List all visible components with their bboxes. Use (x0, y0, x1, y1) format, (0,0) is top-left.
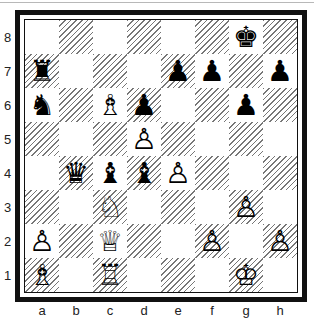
rank-label-7: 7 (0, 54, 15, 88)
square-f8[interactable] (195, 20, 229, 54)
piece-white-rook: ♖ (97, 258, 123, 292)
file-label-g: g (229, 302, 263, 319)
rank-label-2: 2 (0, 224, 15, 258)
rank-label-6: 6 (0, 88, 15, 122)
square-a8[interactable] (25, 20, 59, 54)
piece-black-bishop: ♝ (131, 156, 157, 190)
rank-label-8: 8 (0, 20, 15, 54)
square-d5[interactable]: ♙ (127, 122, 161, 156)
square-h4[interactable] (263, 156, 297, 190)
square-e4[interactable]: ♙ (161, 156, 195, 190)
square-g4[interactable] (229, 156, 263, 190)
rank-labels: 87654321 (0, 20, 15, 292)
square-d6[interactable]: ♟ (127, 88, 161, 122)
square-d7[interactable] (127, 54, 161, 88)
square-h8[interactable] (263, 20, 297, 54)
piece-white-queen: ♕ (97, 224, 123, 258)
square-g3[interactable]: ♙ (229, 190, 263, 224)
square-f1[interactable] (195, 258, 229, 292)
board-frame: ♚♜♟♟♟♞♗♟♟♙♛♝♝♙♘♙♙♕♙♙♗♖♔ (15, 10, 307, 302)
square-h6[interactable] (263, 88, 297, 122)
square-c5[interactable] (93, 122, 127, 156)
piece-white-bishop: ♗ (97, 88, 123, 122)
piece-white-pawn: ♙ (29, 224, 55, 258)
piece-black-bishop: ♝ (97, 156, 123, 190)
piece-black-pawn: ♟ (165, 54, 191, 88)
square-f6[interactable] (195, 88, 229, 122)
square-c4[interactable]: ♝ (93, 156, 127, 190)
file-labels: abcdefgh (25, 302, 297, 319)
file-label-f: f (195, 302, 229, 319)
square-d8[interactable] (127, 20, 161, 54)
image-top-border (0, 2, 314, 3)
square-b8[interactable] (59, 20, 93, 54)
square-e7[interactable]: ♟ (161, 54, 195, 88)
chess-diagram: 87654321 ♚♜♟♟♟♞♗♟♟♙♛♝♝♙♘♙♙♕♙♙♗♖♔ abcdefg… (0, 0, 314, 320)
square-e2[interactable] (161, 224, 195, 258)
square-b7[interactable] (59, 54, 93, 88)
piece-white-king: ♔ (233, 258, 259, 292)
square-e6[interactable] (161, 88, 195, 122)
piece-white-pawn: ♙ (131, 122, 157, 156)
square-b6[interactable] (59, 88, 93, 122)
piece-black-queen: ♛ (63, 156, 89, 190)
square-a4[interactable] (25, 156, 59, 190)
piece-white-pawn: ♙ (267, 224, 293, 258)
square-e3[interactable] (161, 190, 195, 224)
square-g2[interactable] (229, 224, 263, 258)
rank-label-4: 4 (0, 156, 15, 190)
square-e5[interactable] (161, 122, 195, 156)
file-label-c: c (93, 302, 127, 319)
square-d3[interactable] (127, 190, 161, 224)
square-b2[interactable] (59, 224, 93, 258)
square-c8[interactable] (93, 20, 127, 54)
square-g8[interactable]: ♚ (229, 20, 263, 54)
square-g7[interactable] (229, 54, 263, 88)
piece-white-knight: ♘ (97, 190, 123, 224)
square-f4[interactable] (195, 156, 229, 190)
piece-black-pawn: ♟ (233, 88, 259, 122)
square-g5[interactable] (229, 122, 263, 156)
square-a5[interactable] (25, 122, 59, 156)
rank-label-3: 3 (0, 190, 15, 224)
square-d1[interactable] (127, 258, 161, 292)
square-h7[interactable]: ♟ (263, 54, 297, 88)
rank-label-1: 1 (0, 258, 15, 292)
piece-black-pawn: ♟ (199, 54, 225, 88)
piece-black-knight: ♞ (29, 88, 55, 122)
square-c6[interactable]: ♗ (93, 88, 127, 122)
piece-black-rook: ♜ (29, 54, 55, 88)
piece-white-pawn: ♙ (233, 190, 259, 224)
square-a6[interactable]: ♞ (25, 88, 59, 122)
piece-black-pawn: ♟ (267, 54, 293, 88)
square-b1[interactable] (59, 258, 93, 292)
file-label-b: b (59, 302, 93, 319)
square-c1[interactable]: ♖ (93, 258, 127, 292)
square-b5[interactable] (59, 122, 93, 156)
square-b4[interactable]: ♛ (59, 156, 93, 190)
square-h3[interactable] (263, 190, 297, 224)
square-e1[interactable] (161, 258, 195, 292)
square-h5[interactable] (263, 122, 297, 156)
piece-white-pawn: ♙ (165, 156, 191, 190)
square-a3[interactable] (25, 190, 59, 224)
square-a7[interactable]: ♜ (25, 54, 59, 88)
square-f7[interactable]: ♟ (195, 54, 229, 88)
square-g6[interactable]: ♟ (229, 88, 263, 122)
piece-black-pawn: ♟ (131, 88, 157, 122)
chess-board: ♚♜♟♟♟♞♗♟♟♙♛♝♝♙♘♙♙♕♙♙♗♖♔ (24, 19, 298, 293)
file-label-h: h (263, 302, 297, 319)
square-c2[interactable]: ♕ (93, 224, 127, 258)
square-f2[interactable]: ♙ (195, 224, 229, 258)
square-c3[interactable]: ♘ (93, 190, 127, 224)
square-h2[interactable]: ♙ (263, 224, 297, 258)
piece-white-pawn: ♙ (199, 224, 225, 258)
square-c7[interactable] (93, 54, 127, 88)
file-label-d: d (127, 302, 161, 319)
square-f5[interactable] (195, 122, 229, 156)
square-h1[interactable] (263, 258, 297, 292)
piece-black-king: ♚ (233, 20, 259, 54)
square-e8[interactable] (161, 20, 195, 54)
square-g1[interactable]: ♔ (229, 258, 263, 292)
square-b3[interactable] (59, 190, 93, 224)
square-d4[interactable]: ♝ (127, 156, 161, 190)
square-d2[interactable] (127, 224, 161, 258)
square-a1[interactable]: ♗ (25, 258, 59, 292)
rank-label-5: 5 (0, 122, 15, 156)
square-f3[interactable] (195, 190, 229, 224)
piece-white-bishop: ♗ (29, 258, 55, 292)
file-label-a: a (25, 302, 59, 319)
file-label-e: e (161, 302, 195, 319)
square-a2[interactable]: ♙ (25, 224, 59, 258)
